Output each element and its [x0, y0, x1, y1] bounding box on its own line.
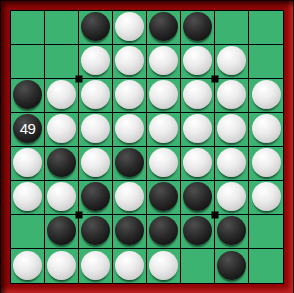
white-disc — [183, 148, 212, 177]
cell-b6[interactable] — [45, 181, 79, 215]
black-disc — [217, 251, 246, 280]
cell-d8[interactable] — [113, 249, 147, 283]
cell-g5[interactable] — [215, 147, 249, 181]
white-disc — [252, 114, 281, 143]
cell-c6[interactable] — [79, 181, 113, 215]
white-disc — [217, 46, 246, 75]
black-disc — [81, 182, 110, 211]
cell-a4[interactable]: 49 — [11, 113, 45, 147]
white-disc — [115, 12, 144, 41]
white-disc — [115, 114, 144, 143]
cell-f5[interactable] — [181, 147, 215, 181]
cell-d1[interactable] — [113, 11, 147, 45]
black-disc — [183, 216, 212, 245]
white-disc — [81, 80, 110, 109]
star-point — [76, 212, 83, 219]
cell-b2[interactable] — [45, 45, 79, 79]
cell-e8[interactable] — [147, 249, 181, 283]
cell-a7[interactable] — [11, 215, 45, 249]
cell-c3[interactable] — [79, 79, 113, 113]
cell-d2[interactable] — [113, 45, 147, 79]
cell-g7[interactable] — [215, 215, 249, 249]
black-disc — [47, 148, 76, 177]
cell-f4[interactable] — [181, 113, 215, 147]
white-disc — [183, 114, 212, 143]
cell-c2[interactable] — [79, 45, 113, 79]
cell-g4[interactable] — [215, 113, 249, 147]
cell-h8[interactable] — [249, 249, 283, 283]
cell-d6[interactable] — [113, 181, 147, 215]
white-disc — [217, 182, 246, 211]
white-disc — [47, 114, 76, 143]
cell-d7[interactable] — [113, 215, 147, 249]
cell-b8[interactable] — [45, 249, 79, 283]
cell-d5[interactable] — [113, 147, 147, 181]
white-disc — [47, 251, 76, 280]
white-disc — [252, 182, 281, 211]
white-disc — [217, 148, 246, 177]
cell-g3[interactable] — [215, 79, 249, 113]
cell-c1[interactable] — [79, 11, 113, 45]
white-disc — [13, 148, 42, 177]
cell-e4[interactable] — [147, 113, 181, 147]
cell-f2[interactable] — [181, 45, 215, 79]
black-disc — [149, 12, 178, 41]
cell-h6[interactable] — [249, 181, 283, 215]
cell-a5[interactable] — [11, 147, 45, 181]
cell-h7[interactable] — [249, 215, 283, 249]
white-disc — [149, 46, 178, 75]
black-disc — [149, 216, 178, 245]
black-disc — [115, 148, 144, 177]
star-point — [76, 76, 83, 83]
cell-g8[interactable] — [215, 249, 249, 283]
white-disc — [47, 80, 76, 109]
cell-h4[interactable] — [249, 113, 283, 147]
star-point — [212, 76, 219, 83]
white-disc — [115, 182, 144, 211]
white-disc — [149, 114, 178, 143]
cell-a8[interactable] — [11, 249, 45, 283]
black-disc — [13, 80, 42, 109]
cell-h5[interactable] — [249, 147, 283, 181]
black-disc — [183, 182, 212, 211]
board-frame: 49 — [0, 0, 294, 293]
cell-e7[interactable] — [147, 215, 181, 249]
cell-g2[interactable] — [215, 45, 249, 79]
cell-h1[interactable] — [249, 11, 283, 45]
cell-e1[interactable] — [147, 11, 181, 45]
white-disc — [183, 80, 212, 109]
cell-e3[interactable] — [147, 79, 181, 113]
black-disc — [217, 216, 246, 245]
cell-a6[interactable] — [11, 181, 45, 215]
cell-b3[interactable] — [45, 79, 79, 113]
white-disc — [115, 46, 144, 75]
cell-c4[interactable] — [79, 113, 113, 147]
cell-e5[interactable] — [147, 147, 181, 181]
white-disc — [149, 80, 178, 109]
cell-b4[interactable] — [45, 113, 79, 147]
cell-b7[interactable] — [45, 215, 79, 249]
white-disc — [252, 148, 281, 177]
cell-h3[interactable] — [249, 79, 283, 113]
white-disc — [149, 251, 178, 280]
white-disc — [81, 251, 110, 280]
white-disc — [115, 251, 144, 280]
cell-e2[interactable] — [147, 45, 181, 79]
black-disc — [81, 12, 110, 41]
move-number-label: 49 — [20, 121, 36, 136]
black-disc — [115, 216, 144, 245]
white-disc — [81, 46, 110, 75]
cell-b5[interactable] — [45, 147, 79, 181]
cell-g6[interactable] — [215, 181, 249, 215]
cell-c5[interactable] — [79, 147, 113, 181]
cell-f3[interactable] — [181, 79, 215, 113]
cell-g1[interactable] — [215, 11, 249, 45]
cell-a1[interactable] — [11, 11, 45, 45]
cell-f6[interactable] — [181, 181, 215, 215]
white-disc — [149, 148, 178, 177]
white-disc — [47, 182, 76, 211]
black-disc: 49 — [13, 114, 42, 143]
white-disc — [115, 80, 144, 109]
cell-f7[interactable] — [181, 215, 215, 249]
cell-f8[interactable] — [181, 249, 215, 283]
white-disc — [13, 251, 42, 280]
star-point — [212, 212, 219, 219]
board: 49 — [10, 10, 284, 284]
cell-d3[interactable] — [113, 79, 147, 113]
white-disc — [217, 114, 246, 143]
white-disc — [252, 80, 281, 109]
cell-f1[interactable] — [181, 11, 215, 45]
black-disc — [47, 216, 76, 245]
cell-h2[interactable] — [249, 45, 283, 79]
white-disc — [13, 182, 42, 211]
white-disc — [217, 80, 246, 109]
black-disc — [81, 216, 110, 245]
cell-c7[interactable] — [79, 215, 113, 249]
cell-e6[interactable] — [147, 181, 181, 215]
black-disc — [183, 12, 212, 41]
cell-a3[interactable] — [11, 79, 45, 113]
cell-a2[interactable] — [11, 45, 45, 79]
white-disc — [81, 114, 110, 143]
cell-d4[interactable] — [113, 113, 147, 147]
cell-c8[interactable] — [79, 249, 113, 283]
cell-b1[interactable] — [45, 11, 79, 45]
white-disc — [81, 148, 110, 177]
black-disc — [149, 182, 178, 211]
white-disc — [183, 46, 212, 75]
